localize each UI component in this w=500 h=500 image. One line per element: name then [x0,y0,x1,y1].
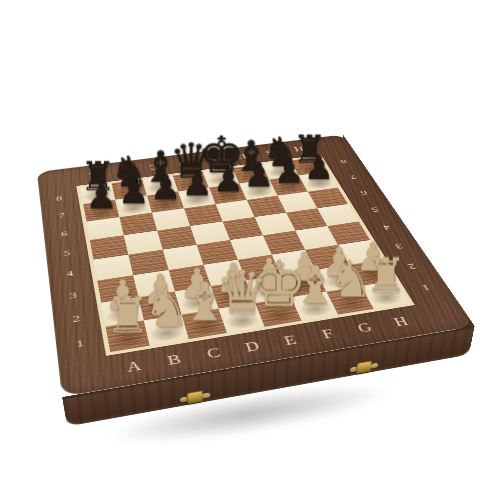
file-label-near-b: B [151,346,197,375]
latch-knob-icon [356,360,372,374]
piece-glyph: ♟ [213,162,244,196]
piece-glyph: ♟ [182,166,213,201]
piece-glyph: ♟ [274,155,304,189]
chess-board: ABCDEFGH ABCDEFGH 87654321 87654321 ♜♞♝♛… [37,134,475,397]
square-a1: ♜ [106,321,150,353]
square-b5 [124,231,163,255]
piece-glyph: ♟ [244,158,275,192]
piece-glyph: ♟ [150,170,181,205]
square-e6 [216,200,255,222]
square-c6 [152,208,190,230]
rank-label-left-1: 1 [62,328,98,359]
file-label-near-a: A [112,352,157,381]
square-a6 [86,217,123,240]
rank-label-right-1: 1 [405,275,447,302]
latch-knob-icon [187,390,204,404]
square-b1: ♞ [144,315,189,346]
piece-glyph: ♟ [118,174,149,209]
piece-glyph: ♜ [106,291,150,341]
piece-glyph: ♟ [86,178,118,213]
product-photo-scene: ABCDEFGH ABCDEFGH 87654321 87654321 ♜♞♝♛… [0,0,500,500]
